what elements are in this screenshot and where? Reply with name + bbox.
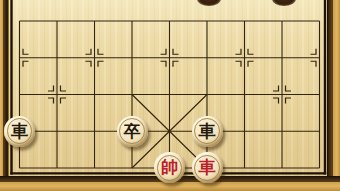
- board-point-f1-r8[interactable]: [38, 113, 76, 150]
- board-point-f0-r9[interactable]: [1, 150, 39, 187]
- board-point-f4-r7[interactable]: [151, 76, 189, 113]
- xiangqi-game-screenshot: 車卒車帥車: [0, 0, 340, 191]
- board-point-f8-r5[interactable]: [301, 3, 339, 40]
- board-point-f7-r9[interactable]: [263, 150, 301, 187]
- board-point-f4-r8[interactable]: [151, 113, 189, 150]
- board-point-f3-r9[interactable]: [113, 150, 151, 187]
- board-point-f8-r9[interactable]: [301, 150, 339, 187]
- board-point-f3-r7[interactable]: [113, 76, 151, 113]
- board-point-f0-r6[interactable]: [1, 39, 39, 76]
- board-point-f8-r6[interactable]: [301, 39, 339, 76]
- board-point-f6-r6[interactable]: [226, 39, 264, 76]
- piece-character: 卒: [124, 122, 141, 139]
- board-point-f0-r7[interactable]: [1, 76, 39, 113]
- piece-black-chariot-right[interactable]: 車: [192, 116, 223, 147]
- board-point-f3-r5[interactable]: [113, 3, 151, 40]
- piece-red-general[interactable]: 帥: [154, 152, 185, 183]
- board-point-f6-r9[interactable]: [226, 150, 264, 187]
- board-point-f1-r7[interactable]: [38, 76, 76, 113]
- piece-character: 車: [11, 122, 28, 139]
- board-point-f5-r7[interactable]: [188, 76, 226, 113]
- board-point-f1-r9[interactable]: [38, 150, 76, 187]
- board-point-f8-r7[interactable]: [301, 76, 339, 113]
- piece-black-chariot-left[interactable]: 車: [4, 116, 35, 147]
- board-point-f5-r9[interactable]: 車: [188, 150, 226, 187]
- board-point-f2-r6[interactable]: [76, 39, 114, 76]
- board-point-f6-r8[interactable]: [226, 113, 264, 150]
- board-point-f4-r5[interactable]: [151, 3, 189, 40]
- board-point-f7-r5[interactable]: [263, 3, 301, 40]
- board-point-f7-r7[interactable]: [263, 76, 301, 113]
- board-point-f5-r5[interactable]: [188, 3, 226, 40]
- board-point-f3-r8[interactable]: 卒: [113, 113, 151, 150]
- board-point-f5-r6[interactable]: [188, 39, 226, 76]
- piece-character: 車: [199, 122, 216, 139]
- board-point-f1-r6[interactable]: [38, 39, 76, 76]
- board-point-f6-r7[interactable]: [226, 76, 264, 113]
- board-point-f1-r5[interactable]: [38, 3, 76, 40]
- piece-black-soldier[interactable]: 卒: [117, 116, 148, 147]
- board-point-f2-r8[interactable]: [76, 113, 114, 150]
- board-point-f4-r6[interactable]: [151, 39, 189, 76]
- board-point-f6-r5[interactable]: [226, 3, 264, 40]
- board-point-f5-r8[interactable]: 車: [188, 113, 226, 150]
- board-point-f2-r5[interactable]: [76, 3, 114, 40]
- board-point-f7-r6[interactable]: [263, 39, 301, 76]
- piece-character: 車: [199, 159, 216, 176]
- board-point-f3-r6[interactable]: [113, 39, 151, 76]
- board-point-f4-r9[interactable]: 帥: [151, 150, 189, 187]
- piece-character: 帥: [161, 159, 178, 176]
- board-point-f0-r5[interactable]: [1, 3, 39, 40]
- piece-red-chariot[interactable]: 車: [192, 152, 223, 183]
- board-point-f2-r9[interactable]: [76, 150, 114, 187]
- board-point-f7-r8[interactable]: [263, 113, 301, 150]
- board-point-f2-r7[interactable]: [76, 76, 114, 113]
- board-point-f8-r8[interactable]: [301, 113, 339, 150]
- board-point-f0-r8[interactable]: 車: [1, 113, 39, 150]
- board[interactable]: 車卒車帥車: [1, 3, 339, 187]
